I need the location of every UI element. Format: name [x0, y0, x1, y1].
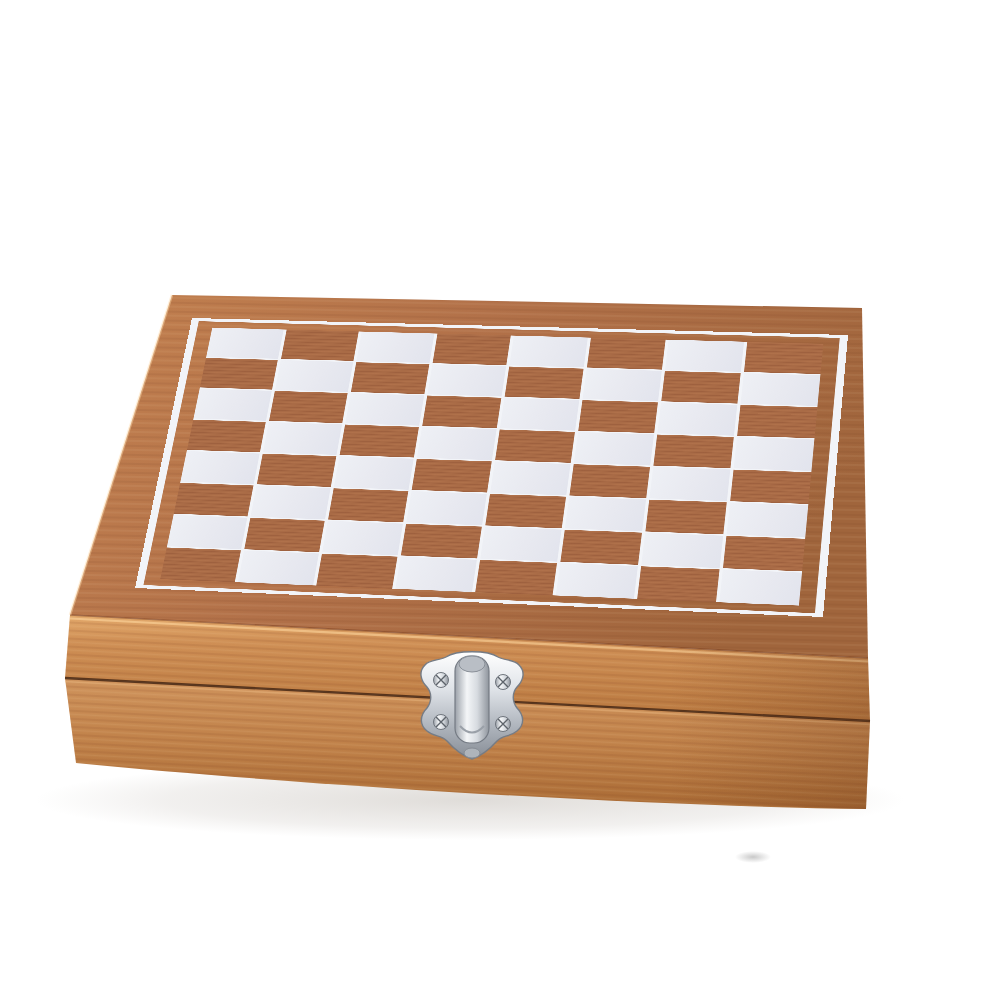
square-b2	[244, 518, 324, 552]
square-d8	[433, 334, 511, 366]
square-g8	[665, 340, 744, 372]
square-b6	[269, 391, 348, 423]
square-h1	[719, 570, 802, 606]
square-g2	[641, 533, 723, 568]
square-d7	[427, 364, 506, 396]
square-e2	[480, 527, 561, 562]
square-g3	[645, 500, 726, 535]
square-g4	[649, 467, 730, 501]
square-f1	[556, 563, 638, 599]
square-f8	[587, 338, 666, 370]
square-d1	[395, 557, 477, 592]
square-h5	[734, 437, 815, 471]
square-a4	[180, 451, 259, 484]
square-c4	[334, 456, 414, 489]
square-g5	[653, 435, 733, 469]
square-e3	[485, 494, 566, 528]
square-a5	[187, 420, 266, 453]
square-g6	[657, 403, 737, 436]
square-e4	[490, 462, 570, 496]
square-a1	[160, 547, 241, 582]
square-b5	[263, 422, 342, 455]
square-b7	[275, 360, 353, 392]
square-c2	[322, 521, 403, 556]
square-f2	[560, 530, 642, 565]
square-c5	[340, 425, 419, 458]
square-f5	[574, 432, 654, 465]
scene	[0, 0, 1000, 1000]
square-b4	[257, 454, 337, 487]
square-c3	[328, 488, 408, 522]
square-b3	[251, 486, 331, 520]
square-f3	[565, 497, 646, 532]
square-h4	[730, 470, 811, 504]
square-h3	[727, 503, 809, 538]
square-a2	[167, 515, 247, 549]
square-e1	[475, 560, 557, 595]
square-b1	[238, 551, 319, 586]
square-f6	[578, 400, 658, 433]
square-d3	[406, 491, 487, 525]
square-c6	[345, 393, 424, 425]
square-d5	[417, 427, 497, 460]
square-d6	[422, 396, 501, 429]
chessboard	[135, 318, 848, 617]
square-a7	[200, 358, 278, 390]
square-e8	[509, 336, 587, 368]
square-h7	[741, 373, 821, 406]
square-h8	[744, 342, 823, 374]
latch-tongue-cap	[459, 656, 485, 672]
square-e5	[495, 429, 575, 462]
floor-smudge-shadow	[735, 851, 771, 863]
square-d4	[412, 459, 492, 493]
chessboard-squares	[160, 328, 823, 606]
square-b8	[281, 330, 359, 361]
square-c8	[356, 332, 434, 363]
square-g1	[637, 566, 719, 602]
square-h2	[723, 536, 805, 571]
square-a6	[193, 389, 271, 421]
square-h6	[737, 405, 817, 438]
square-e6	[500, 398, 579, 431]
square-a8	[206, 328, 283, 359]
square-c1	[316, 554, 397, 589]
square-f7	[583, 369, 662, 401]
latch-hook-tip	[464, 748, 480, 758]
square-g7	[661, 371, 740, 404]
square-a3	[174, 483, 254, 517]
square-d2	[401, 524, 482, 559]
square-e7	[505, 367, 584, 399]
square-f4	[569, 464, 650, 498]
square-c7	[351, 362, 429, 394]
